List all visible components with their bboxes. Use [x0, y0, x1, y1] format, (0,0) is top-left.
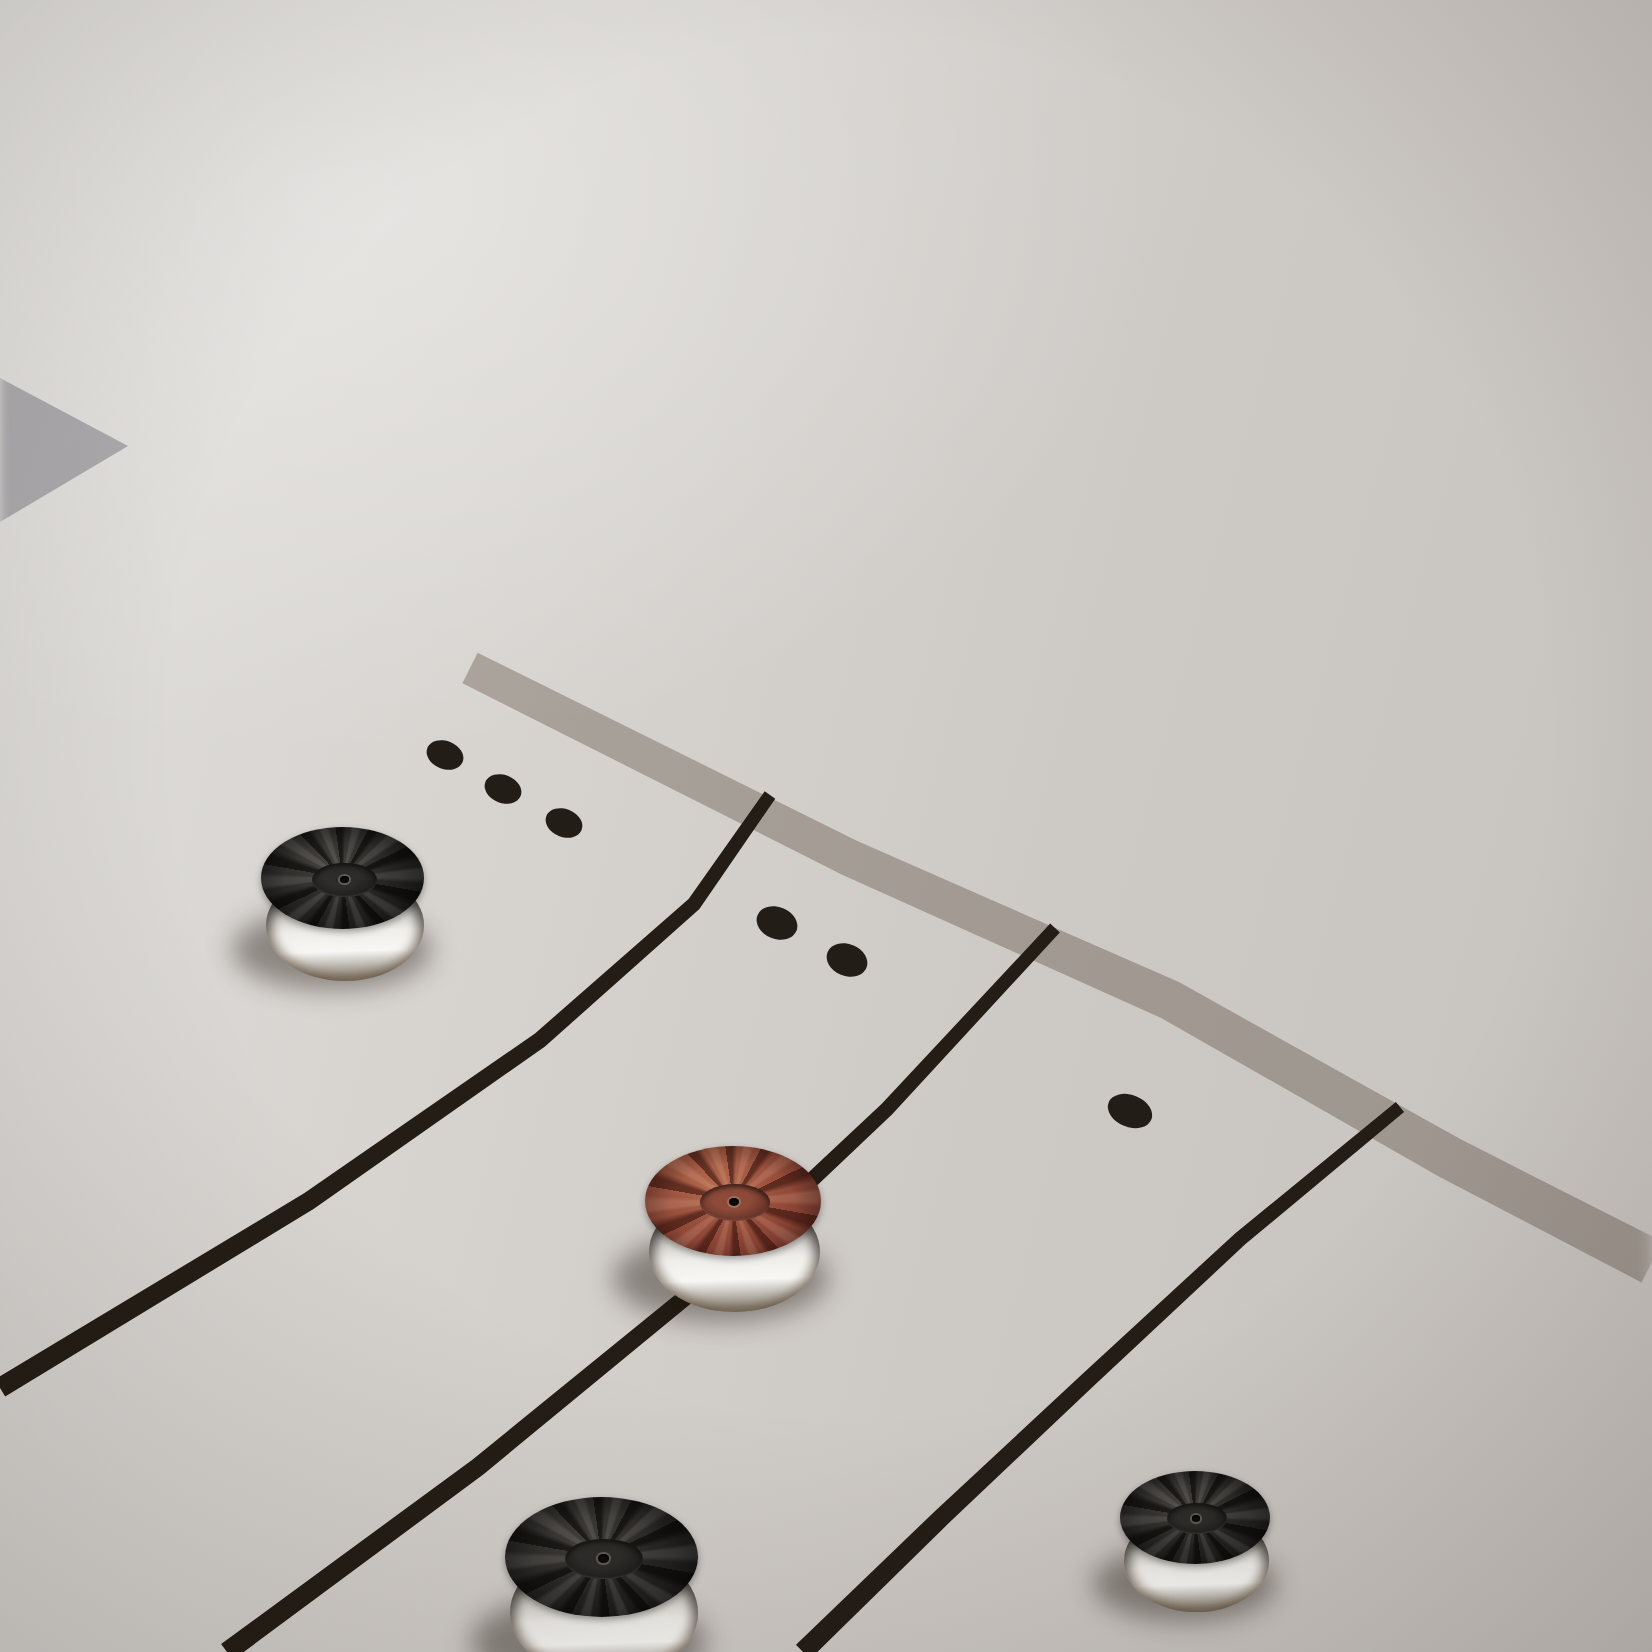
shuffleboard-puck-black[interactable]: [258, 827, 428, 993]
shuffleboard-puck-red[interactable]: [641, 1146, 824, 1326]
puck-cap-hole: [340, 876, 349, 883]
pucks-layer: [0, 0, 1652, 1652]
shuffleboard-table-photo: [0, 0, 1652, 1652]
puck-cap-hole: [1192, 1515, 1200, 1522]
puck-cap-hole: [598, 1554, 609, 1563]
shuffleboard-puck-black[interactable]: [502, 1497, 703, 1652]
shuffleboard-puck-black[interactable]: [1117, 1471, 1273, 1624]
